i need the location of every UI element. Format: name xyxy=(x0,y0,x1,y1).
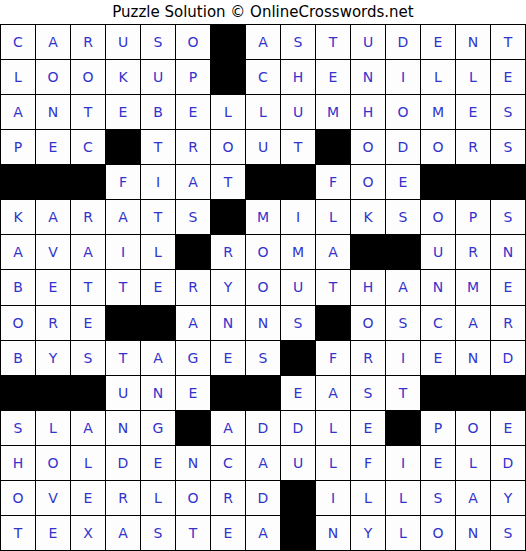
block-square-r9c10 xyxy=(316,306,350,340)
letter-square-r6c9: I xyxy=(281,200,315,234)
block-square-r10c9 xyxy=(281,341,315,375)
letter-square-r13c7: C xyxy=(211,446,245,480)
letter-square-r13c2: O xyxy=(36,446,70,480)
letter-square-r9c9: S xyxy=(281,306,315,340)
letter-square-r13c12: I xyxy=(386,446,420,480)
letter-square-r3c4: E xyxy=(106,95,140,129)
letter-square-r2c8: C xyxy=(246,60,280,94)
letter-square-r10c10: F xyxy=(316,341,350,375)
letter-square-r4c6: R xyxy=(176,130,210,164)
letter-square-r9c7: N xyxy=(211,306,245,340)
letter-square-r7c3: A xyxy=(71,235,105,269)
letter-square-r15c12: L xyxy=(386,516,420,550)
letter-square-r2c15: E xyxy=(491,60,525,94)
letter-square-r12c8: D xyxy=(246,411,280,445)
letter-square-r1c5: S xyxy=(141,25,175,59)
block-square-r11c2 xyxy=(36,376,70,410)
letter-square-r2c14: L xyxy=(456,60,490,94)
block-square-r2c7 xyxy=(211,60,245,94)
letter-square-r15c1: T xyxy=(1,516,35,550)
letter-square-r2c3: O xyxy=(71,60,105,94)
letter-square-r3c6: E xyxy=(176,95,210,129)
letter-square-r8c10: T xyxy=(316,270,350,304)
letter-square-r5c4: F xyxy=(106,165,140,199)
letter-square-r5c12: E xyxy=(386,165,420,199)
letter-square-r6c6: S xyxy=(176,200,210,234)
letter-square-r14c1: O xyxy=(1,481,35,515)
letter-square-r3c12: O xyxy=(386,95,420,129)
letter-square-r13c13: E xyxy=(421,446,455,480)
block-square-r15c9 xyxy=(281,516,315,550)
letter-square-r13c15: D xyxy=(491,446,525,480)
block-square-r7c6 xyxy=(176,235,210,269)
letter-square-r7c9: M xyxy=(281,235,315,269)
letter-square-r1c4: U xyxy=(106,25,140,59)
letter-square-r7c10: A xyxy=(316,235,350,269)
letter-square-r1c13: E xyxy=(421,25,455,59)
letter-square-r9c6: A xyxy=(176,306,210,340)
letter-square-r3c1: A xyxy=(1,95,35,129)
letter-square-r13c6: N xyxy=(176,446,210,480)
letter-square-r14c14: A xyxy=(456,481,490,515)
letter-square-r11c10: A xyxy=(316,376,350,410)
letter-square-r4c13: O xyxy=(421,130,455,164)
letter-square-r15c2: E xyxy=(36,516,70,550)
block-square-r5c1 xyxy=(1,165,35,199)
letter-square-r4c7: O xyxy=(211,130,245,164)
letter-square-r6c15: S xyxy=(491,200,525,234)
letter-square-r15c5: S xyxy=(141,516,175,550)
page-title: Puzzle Solution © OnlineCrosswords.net xyxy=(0,0,526,24)
letter-square-r14c11: L xyxy=(351,481,385,515)
letter-square-r8c4: T xyxy=(106,270,140,304)
letter-square-r15c11: Y xyxy=(351,516,385,550)
letter-square-r10c14: N xyxy=(456,341,490,375)
block-square-r6c7 xyxy=(211,200,245,234)
letter-square-r6c11: K xyxy=(351,200,385,234)
letter-square-r2c5: U xyxy=(141,60,175,94)
letter-square-r13c9: U xyxy=(281,446,315,480)
block-square-r5c8 xyxy=(246,165,280,199)
letter-square-r3c10: M xyxy=(316,95,350,129)
letter-square-r7c8: O xyxy=(246,235,280,269)
letter-square-r9c3: E xyxy=(71,306,105,340)
letter-square-r5c10: F xyxy=(316,165,350,199)
letter-square-r3c7: L xyxy=(211,95,245,129)
letter-square-r15c8: A xyxy=(246,516,280,550)
letter-square-r2c11: N xyxy=(351,60,385,94)
letter-square-r8c5: E xyxy=(141,270,175,304)
letter-square-r14c7: R xyxy=(211,481,245,515)
letter-square-r13c3: L xyxy=(71,446,105,480)
letter-square-r7c13: U xyxy=(421,235,455,269)
letter-square-r6c3: R xyxy=(71,200,105,234)
letter-square-r12c15: E xyxy=(491,411,525,445)
letter-square-r14c3: E xyxy=(71,481,105,515)
letter-square-r14c15: Y xyxy=(491,481,525,515)
letter-square-r13c8: A xyxy=(246,446,280,480)
letter-square-r6c12: S xyxy=(386,200,420,234)
block-square-r9c5 xyxy=(141,306,175,340)
block-square-r5c9 xyxy=(281,165,315,199)
block-square-r5c14 xyxy=(456,165,490,199)
letter-square-r4c3: C xyxy=(71,130,105,164)
letter-square-r12c11: E xyxy=(351,411,385,445)
letter-square-r4c14: R xyxy=(456,130,490,164)
letter-square-r6c8: M xyxy=(246,200,280,234)
letter-square-r1c12: D xyxy=(386,25,420,59)
letter-square-r11c11: S xyxy=(351,376,385,410)
letter-square-r15c3: X xyxy=(71,516,105,550)
letter-square-r8c14: M xyxy=(456,270,490,304)
letter-square-r14c8: D xyxy=(246,481,280,515)
block-square-r7c12 xyxy=(386,235,420,269)
letter-square-r10c4: T xyxy=(106,341,140,375)
letter-square-r1c14: N xyxy=(456,25,490,59)
letter-square-r11c4: U xyxy=(106,376,140,410)
letter-square-r10c2: Y xyxy=(36,341,70,375)
letter-square-r8c15: E xyxy=(491,270,525,304)
block-square-r5c2 xyxy=(36,165,70,199)
letter-square-r15c15: S xyxy=(491,516,525,550)
letter-square-r2c13: L xyxy=(421,60,455,94)
block-square-r4c4 xyxy=(106,130,140,164)
block-square-r11c8 xyxy=(246,376,280,410)
letter-square-r5c7: T xyxy=(211,165,245,199)
letter-square-r10c12: I xyxy=(386,341,420,375)
letter-square-r2c2: O xyxy=(36,60,70,94)
letter-square-r7c2: V xyxy=(36,235,70,269)
letter-square-r8c6: R xyxy=(176,270,210,304)
letter-square-r14c10: I xyxy=(316,481,350,515)
letter-square-r3c9: U xyxy=(281,95,315,129)
block-square-r12c6 xyxy=(176,411,210,445)
letter-square-r15c4: A xyxy=(106,516,140,550)
letter-square-r7c5: L xyxy=(141,235,175,269)
letter-square-r8c7: Y xyxy=(211,270,245,304)
letter-square-r2c12: I xyxy=(386,60,420,94)
letter-square-r12c4: N xyxy=(106,411,140,445)
puzzle-solution-page: Puzzle Solution © OnlineCrosswords.net C… xyxy=(0,0,526,551)
letter-square-r4c12: D xyxy=(386,130,420,164)
block-square-r5c3 xyxy=(71,165,105,199)
block-square-r5c15 xyxy=(491,165,525,199)
letter-square-r10c7: E xyxy=(211,341,245,375)
letter-square-r10c6: G xyxy=(176,341,210,375)
block-square-r14c9 xyxy=(281,481,315,515)
letter-square-r4c5: T xyxy=(141,130,175,164)
letter-square-r12c3: A xyxy=(71,411,105,445)
letter-square-r2c6: P xyxy=(176,60,210,94)
letter-square-r4c1: P xyxy=(1,130,35,164)
letter-square-r12c9: D xyxy=(281,411,315,445)
letter-square-r15c10: N xyxy=(316,516,350,550)
letter-square-r9c8: N xyxy=(246,306,280,340)
letter-square-r13c4: D xyxy=(106,446,140,480)
letter-square-r14c12: L xyxy=(386,481,420,515)
letter-square-r12c5: G xyxy=(141,411,175,445)
letter-square-r9c1: O xyxy=(1,306,35,340)
letter-square-r10c1: B xyxy=(1,341,35,375)
letter-square-r8c1: B xyxy=(1,270,35,304)
letter-square-r6c14: P xyxy=(456,200,490,234)
letter-square-r3c2: N xyxy=(36,95,70,129)
letter-square-r12c13: P xyxy=(421,411,455,445)
letter-square-r7c15: N xyxy=(491,235,525,269)
block-square-r11c15 xyxy=(491,376,525,410)
letter-square-r14c2: V xyxy=(36,481,70,515)
letter-square-r14c4: R xyxy=(106,481,140,515)
letter-square-r9c14: A xyxy=(456,306,490,340)
letter-square-r15c13: O xyxy=(421,516,455,550)
letter-square-r2c9: H xyxy=(281,60,315,94)
block-square-r11c1 xyxy=(1,376,35,410)
letter-square-r9c15: R xyxy=(491,306,525,340)
letter-square-r3c8: L xyxy=(246,95,280,129)
letter-square-r6c4: A xyxy=(106,200,140,234)
letter-square-r6c1: K xyxy=(1,200,35,234)
letter-square-r10c5: A xyxy=(141,341,175,375)
letter-square-r13c1: H xyxy=(1,446,35,480)
block-square-r11c7 xyxy=(211,376,245,410)
letter-square-r13c10: L xyxy=(316,446,350,480)
letter-square-r8c9: U xyxy=(281,270,315,304)
letter-square-r11c12: T xyxy=(386,376,420,410)
letter-square-r1c1: C xyxy=(1,25,35,59)
letter-square-r4c9: T xyxy=(281,130,315,164)
letter-square-r5c11: O xyxy=(351,165,385,199)
block-square-r5c13 xyxy=(421,165,455,199)
letter-square-r12c2: L xyxy=(36,411,70,445)
letter-square-r8c11: H xyxy=(351,270,385,304)
letter-square-r10c13: E xyxy=(421,341,455,375)
letter-square-r13c11: F xyxy=(351,446,385,480)
letter-square-r2c10: E xyxy=(316,60,350,94)
letter-square-r9c2: R xyxy=(36,306,70,340)
letter-square-r10c15: D xyxy=(491,341,525,375)
letter-square-r6c10: L xyxy=(316,200,350,234)
letter-square-r3c15: S xyxy=(491,95,525,129)
letter-square-r11c9: E xyxy=(281,376,315,410)
letter-square-r6c5: T xyxy=(141,200,175,234)
letter-square-r1c10: T xyxy=(316,25,350,59)
letter-square-r1c2: A xyxy=(36,25,70,59)
letter-square-r7c14: R xyxy=(456,235,490,269)
letter-square-r3c14: E xyxy=(456,95,490,129)
letter-square-r6c13: O xyxy=(421,200,455,234)
letter-square-r11c5: N xyxy=(141,376,175,410)
block-square-r12c12 xyxy=(386,411,420,445)
letter-square-r5c6: A xyxy=(176,165,210,199)
letter-square-r2c4: K xyxy=(106,60,140,94)
letter-square-r9c11: O xyxy=(351,306,385,340)
letter-square-r1c11: U xyxy=(351,25,385,59)
letter-square-r3c11: H xyxy=(351,95,385,129)
letter-square-r9c12: S xyxy=(386,306,420,340)
letter-square-r13c14: L xyxy=(456,446,490,480)
letter-square-r12c1: S xyxy=(1,411,35,445)
letter-square-r1c8: A xyxy=(246,25,280,59)
letter-square-r12c14: O xyxy=(456,411,490,445)
block-square-r11c3 xyxy=(71,376,105,410)
letter-square-r3c13: M xyxy=(421,95,455,129)
letter-square-r4c2: E xyxy=(36,130,70,164)
letter-square-r13c5: E xyxy=(141,446,175,480)
letter-square-r4c15: S xyxy=(491,130,525,164)
letter-square-r4c8: U xyxy=(246,130,280,164)
letter-square-r1c3: R xyxy=(71,25,105,59)
letter-square-r11c6: E xyxy=(176,376,210,410)
letter-square-r8c13: N xyxy=(421,270,455,304)
letter-square-r7c1: A xyxy=(1,235,35,269)
block-square-r11c13 xyxy=(421,376,455,410)
letter-square-r15c14: N xyxy=(456,516,490,550)
letter-square-r6c2: A xyxy=(36,200,70,234)
block-square-r9c4 xyxy=(106,306,140,340)
letter-square-r8c8: O xyxy=(246,270,280,304)
letter-square-r14c13: S xyxy=(421,481,455,515)
letter-square-r2c1: L xyxy=(1,60,35,94)
letter-square-r15c6: T xyxy=(176,516,210,550)
letter-square-r3c3: T xyxy=(71,95,105,129)
letter-square-r1c9: S xyxy=(281,25,315,59)
letter-square-r12c7: A xyxy=(211,411,245,445)
letter-square-r14c6: O xyxy=(176,481,210,515)
letter-square-r4c11: O xyxy=(351,130,385,164)
letter-square-r1c15: T xyxy=(491,25,525,59)
letter-square-r8c12: A xyxy=(386,270,420,304)
block-square-r4c10 xyxy=(316,130,350,164)
letter-square-r10c8: S xyxy=(246,341,280,375)
letter-square-r15c7: E xyxy=(211,516,245,550)
letter-square-r5c5: I xyxy=(141,165,175,199)
letter-square-r8c2: E xyxy=(36,270,70,304)
letter-square-r10c3: S xyxy=(71,341,105,375)
letter-square-r8c3: T xyxy=(71,270,105,304)
letter-square-r10c11: R xyxy=(351,341,385,375)
crossword-grid: CARUSOASTUDENTLOOKUPCHENILLEANTEBELLUMHO… xyxy=(0,24,526,551)
block-square-r11c14 xyxy=(456,376,490,410)
block-square-r7c11 xyxy=(351,235,385,269)
letter-square-r7c4: I xyxy=(106,235,140,269)
letter-square-r3c5: B xyxy=(141,95,175,129)
letter-square-r1c6: O xyxy=(176,25,210,59)
block-square-r1c7 xyxy=(211,25,245,59)
letter-square-r7c7: R xyxy=(211,235,245,269)
letter-square-r12c10: L xyxy=(316,411,350,445)
letter-square-r9c13: C xyxy=(421,306,455,340)
letter-square-r14c5: L xyxy=(141,481,175,515)
